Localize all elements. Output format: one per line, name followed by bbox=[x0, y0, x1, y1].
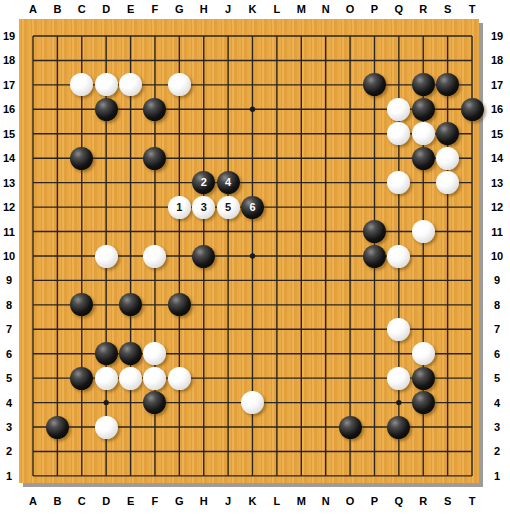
coordinate-label-left-3: 3 bbox=[1, 420, 17, 434]
coordinate-label-top-M: M bbox=[291, 2, 311, 16]
stone-move-number: 5 bbox=[225, 202, 231, 213]
black-stone-D16 bbox=[95, 98, 118, 121]
coordinate-label-left-8: 8 bbox=[1, 298, 17, 312]
coordinate-label-right-12: 12 bbox=[486, 200, 508, 214]
white-stone-D3 bbox=[95, 416, 118, 439]
black-stone-C14 bbox=[70, 147, 93, 170]
black-stone-R16 bbox=[412, 98, 435, 121]
white-stone-G12: 1 bbox=[168, 196, 191, 219]
coordinate-label-top-E: E bbox=[121, 2, 141, 16]
coordinate-label-right-18: 18 bbox=[486, 53, 508, 67]
white-stone-R11 bbox=[412, 220, 435, 243]
coordinate-label-left-10: 10 bbox=[1, 249, 17, 263]
black-stone-T16 bbox=[461, 98, 484, 121]
coordinate-label-left-18: 18 bbox=[1, 53, 17, 67]
coordinate-label-top-N: N bbox=[316, 2, 336, 16]
white-stone-D5 bbox=[95, 367, 118, 390]
black-stone-J13: 4 bbox=[217, 171, 240, 194]
go-board[interactable]: 241356 bbox=[19, 19, 479, 483]
white-stone-H12: 3 bbox=[192, 196, 215, 219]
black-stone-B3 bbox=[46, 416, 69, 439]
coordinate-label-bottom-D: D bbox=[96, 494, 116, 508]
coordinate-label-right-2: 2 bbox=[486, 444, 508, 458]
coordinate-label-bottom-N: N bbox=[316, 494, 336, 508]
coordinate-label-left-14: 14 bbox=[1, 151, 17, 165]
white-stone-Q5 bbox=[387, 367, 410, 390]
white-stone-R6 bbox=[412, 342, 435, 365]
coordinate-label-right-10: 10 bbox=[486, 249, 508, 263]
stone-move-number: 3 bbox=[201, 202, 207, 213]
coordinate-label-top-Q: Q bbox=[389, 2, 409, 16]
white-stone-K4 bbox=[241, 391, 264, 414]
coordinate-label-top-S: S bbox=[438, 2, 458, 16]
coordinate-label-top-O: O bbox=[340, 2, 360, 16]
coordinate-label-top-T: T bbox=[462, 2, 482, 16]
coordinate-label-left-7: 7 bbox=[1, 322, 17, 336]
white-stone-F5 bbox=[143, 367, 166, 390]
black-stone-R17 bbox=[412, 73, 435, 96]
coordinate-label-bottom-R: R bbox=[413, 494, 433, 508]
coordinate-label-top-J: J bbox=[218, 2, 238, 16]
coordinate-label-right-4: 4 bbox=[486, 396, 508, 410]
white-stone-E5 bbox=[119, 367, 142, 390]
black-stone-K12: 6 bbox=[241, 196, 264, 219]
star-point bbox=[396, 400, 401, 405]
coordinate-label-top-A: A bbox=[23, 2, 43, 16]
coordinate-label-left-15: 15 bbox=[1, 127, 17, 141]
stone-move-number: 2 bbox=[201, 177, 207, 188]
coordinate-label-right-5: 5 bbox=[486, 371, 508, 385]
white-stone-F10 bbox=[143, 245, 166, 268]
coordinate-label-left-5: 5 bbox=[1, 371, 17, 385]
star-point bbox=[250, 107, 255, 112]
white-stone-D10 bbox=[95, 245, 118, 268]
star-point bbox=[103, 400, 108, 405]
black-stone-P11 bbox=[363, 220, 386, 243]
black-stone-H10 bbox=[192, 245, 215, 268]
coordinate-label-right-19: 19 bbox=[486, 29, 508, 43]
coordinate-label-bottom-H: H bbox=[194, 494, 214, 508]
coordinate-label-bottom-Q: Q bbox=[389, 494, 409, 508]
black-stone-D6 bbox=[95, 342, 118, 365]
black-stone-G8 bbox=[168, 293, 191, 316]
coordinate-label-top-L: L bbox=[267, 2, 287, 16]
coordinate-label-left-6: 6 bbox=[1, 347, 17, 361]
coordinate-label-right-7: 7 bbox=[486, 322, 508, 336]
coordinate-label-bottom-T: T bbox=[462, 494, 482, 508]
coordinate-label-right-16: 16 bbox=[486, 102, 508, 116]
coordinate-label-left-19: 19 bbox=[1, 29, 17, 43]
coordinate-label-left-4: 4 bbox=[1, 396, 17, 410]
black-stone-Q3 bbox=[387, 416, 410, 439]
coordinate-label-top-G: G bbox=[169, 2, 189, 16]
coordinate-label-left-9: 9 bbox=[1, 273, 17, 287]
stone-move-number: 1 bbox=[176, 202, 182, 213]
coordinate-label-top-K: K bbox=[243, 2, 263, 16]
coordinate-label-bottom-L: L bbox=[267, 494, 287, 508]
coordinate-label-left-11: 11 bbox=[1, 225, 17, 239]
coordinate-label-bottom-K: K bbox=[243, 494, 263, 508]
coordinate-label-top-D: D bbox=[96, 2, 116, 16]
white-stone-S14 bbox=[436, 147, 459, 170]
coordinate-label-bottom-G: G bbox=[169, 494, 189, 508]
black-stone-F14 bbox=[143, 147, 166, 170]
coordinate-label-left-13: 13 bbox=[1, 176, 17, 190]
coordinate-label-top-H: H bbox=[194, 2, 214, 16]
coordinate-label-bottom-M: M bbox=[291, 494, 311, 508]
coordinate-label-left-17: 17 bbox=[1, 78, 17, 92]
coordinate-label-bottom-A: A bbox=[23, 494, 43, 508]
coordinate-label-right-6: 6 bbox=[486, 347, 508, 361]
star-point bbox=[250, 253, 255, 258]
black-stone-O3 bbox=[339, 416, 362, 439]
coordinate-label-right-1: 1 bbox=[486, 469, 508, 483]
coordinate-label-bottom-J: J bbox=[218, 494, 238, 508]
black-stone-R5 bbox=[412, 367, 435, 390]
black-stone-R14 bbox=[412, 147, 435, 170]
coordinate-label-top-P: P bbox=[364, 2, 384, 16]
coordinate-label-bottom-B: B bbox=[47, 494, 67, 508]
coordinate-label-top-F: F bbox=[145, 2, 165, 16]
coordinate-label-bottom-E: E bbox=[121, 494, 141, 508]
coordinate-label-left-1: 1 bbox=[1, 469, 17, 483]
coordinate-label-bottom-O: O bbox=[340, 494, 360, 508]
coordinate-label-left-2: 2 bbox=[1, 444, 17, 458]
coordinate-label-top-R: R bbox=[413, 2, 433, 16]
coordinate-label-right-3: 3 bbox=[486, 420, 508, 434]
coordinate-label-top-C: C bbox=[72, 2, 92, 16]
coordinate-label-right-9: 9 bbox=[486, 273, 508, 287]
coordinate-label-bottom-P: P bbox=[364, 494, 384, 508]
coordinate-label-bottom-F: F bbox=[145, 494, 165, 508]
white-stone-G5 bbox=[168, 367, 191, 390]
coordinate-label-right-11: 11 bbox=[486, 225, 508, 239]
white-stone-R15 bbox=[412, 122, 435, 145]
go-app-screen: ABCDEFGHJKLMNOPQRST 19181716151413121110… bbox=[0, 0, 510, 515]
coordinate-label-right-13: 13 bbox=[486, 176, 508, 190]
coordinate-label-bottom-S: S bbox=[438, 494, 458, 508]
stone-move-number: 6 bbox=[249, 202, 255, 213]
coordinate-label-top-B: B bbox=[47, 2, 67, 16]
stone-move-number: 4 bbox=[225, 177, 231, 188]
coordinate-label-right-14: 14 bbox=[486, 151, 508, 165]
coordinate-label-right-15: 15 bbox=[486, 127, 508, 141]
black-stone-P10 bbox=[363, 245, 386, 268]
black-stone-C5 bbox=[70, 367, 93, 390]
white-stone-J12: 5 bbox=[217, 196, 240, 219]
black-stone-R4 bbox=[412, 391, 435, 414]
white-stone-D17 bbox=[95, 73, 118, 96]
coordinate-label-left-16: 16 bbox=[1, 102, 17, 116]
white-stone-Q10 bbox=[387, 245, 410, 268]
coordinate-label-left-12: 12 bbox=[1, 200, 17, 214]
coordinate-label-bottom-C: C bbox=[72, 494, 92, 508]
coordinate-label-right-17: 17 bbox=[486, 78, 508, 92]
coordinate-label-right-8: 8 bbox=[486, 298, 508, 312]
